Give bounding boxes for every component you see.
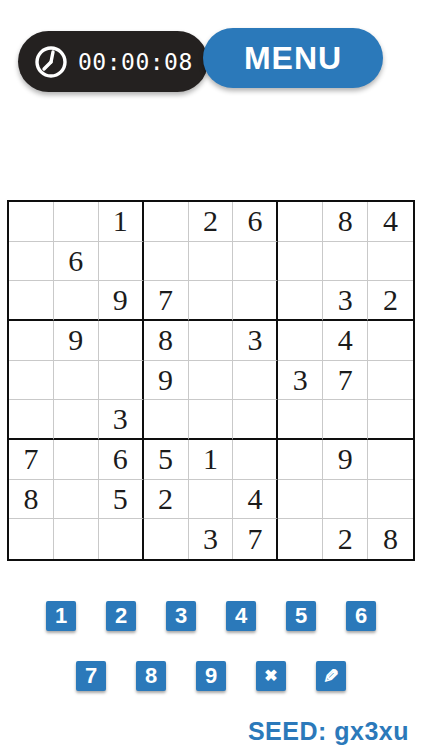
sudoku-cell-r9c6[interactable]: 7 xyxy=(233,519,278,559)
sudoku-cell-r5c5[interactable] xyxy=(189,361,234,401)
sudoku-cell-r5c9[interactable] xyxy=(368,361,413,401)
sudoku-cell-r2c3[interactable] xyxy=(99,242,144,282)
sudoku-cell-r1c1[interactable] xyxy=(9,202,54,242)
sudoku-cell-r3c2[interactable] xyxy=(54,281,99,321)
sudoku-cell-r9c2[interactable] xyxy=(54,519,99,559)
sudoku-cell-r3c1[interactable] xyxy=(9,281,54,321)
sudoku-cell-r3c5[interactable] xyxy=(189,281,234,321)
sudoku-cell-r5c1[interactable] xyxy=(9,361,54,401)
sudoku-cell-r4c1[interactable] xyxy=(9,321,54,361)
pencil-icon: ✎ xyxy=(323,667,339,686)
timer-value: 00:00:08 xyxy=(78,49,193,75)
digit-7-button[interactable]: 7 xyxy=(76,661,106,691)
erase-icon: ✖ xyxy=(264,668,277,684)
digit-2-button[interactable]: 2 xyxy=(106,601,136,631)
sudoku-cell-r8c5[interactable] xyxy=(189,480,234,520)
sudoku-cell-r4c2[interactable]: 9 xyxy=(54,321,99,361)
digit-6-button[interactable]: 6 xyxy=(346,601,376,631)
sudoku-cell-r9c5[interactable]: 3 xyxy=(189,519,234,559)
keypad-row-1: 123456 xyxy=(0,601,422,631)
sudoku-cell-r1c3[interactable]: 1 xyxy=(99,202,144,242)
sudoku-cell-r6c9[interactable] xyxy=(368,400,413,440)
sudoku-cell-r4c7[interactable] xyxy=(278,321,323,361)
sudoku-cell-r9c7[interactable] xyxy=(278,519,323,559)
sudoku-cell-r7c7[interactable] xyxy=(278,440,323,480)
sudoku-cell-r7c3[interactable]: 6 xyxy=(99,440,144,480)
sudoku-cell-r2c2[interactable]: 6 xyxy=(54,242,99,282)
sudoku-cell-r4c4[interactable]: 8 xyxy=(144,321,189,361)
sudoku-cell-r3c3[interactable]: 9 xyxy=(99,281,144,321)
sudoku-cell-r2c8[interactable] xyxy=(323,242,368,282)
sudoku-cell-r8c7[interactable] xyxy=(278,480,323,520)
sudoku-cell-r9c4[interactable] xyxy=(144,519,189,559)
sudoku-cell-r4c8[interactable]: 4 xyxy=(323,321,368,361)
keypad-row-2: 789✖✎ xyxy=(0,661,422,691)
sudoku-cell-r5c3[interactable] xyxy=(99,361,144,401)
sudoku-cell-r1c4[interactable] xyxy=(144,202,189,242)
sudoku-cell-r6c5[interactable] xyxy=(189,400,234,440)
pencil-button[interactable]: ✎ xyxy=(316,661,346,691)
sudoku-cell-r2c1[interactable] xyxy=(9,242,54,282)
sudoku-cell-r3c9[interactable]: 2 xyxy=(368,281,413,321)
sudoku-board: 1268469732983493737651985243728 xyxy=(7,200,415,561)
sudoku-cell-r4c5[interactable] xyxy=(189,321,234,361)
digit-1-button[interactable]: 1 xyxy=(46,601,76,631)
sudoku-cell-r9c8[interactable]: 2 xyxy=(323,519,368,559)
sudoku-cell-r6c7[interactable] xyxy=(278,400,323,440)
digit-8-button[interactable]: 8 xyxy=(136,661,166,691)
sudoku-cell-r7c2[interactable] xyxy=(54,440,99,480)
sudoku-cell-r7c5[interactable]: 1 xyxy=(189,440,234,480)
sudoku-cell-r6c8[interactable] xyxy=(323,400,368,440)
sudoku-cell-r1c2[interactable] xyxy=(54,202,99,242)
sudoku-cell-r6c4[interactable] xyxy=(144,400,189,440)
sudoku-cell-r6c6[interactable] xyxy=(233,400,278,440)
sudoku-cell-r1c7[interactable] xyxy=(278,202,323,242)
timer: 00:00:08 xyxy=(18,31,208,92)
sudoku-cell-r1c5[interactable]: 2 xyxy=(189,202,234,242)
sudoku-cell-r5c4[interactable]: 9 xyxy=(144,361,189,401)
sudoku-cell-r4c9[interactable] xyxy=(368,321,413,361)
sudoku-cell-r5c7[interactable]: 3 xyxy=(278,361,323,401)
sudoku-cell-r7c4[interactable]: 5 xyxy=(144,440,189,480)
digit-4-button[interactable]: 4 xyxy=(226,601,256,631)
sudoku-cell-r2c9[interactable] xyxy=(368,242,413,282)
sudoku-cell-r9c9[interactable]: 8 xyxy=(368,519,413,559)
sudoku-cell-r4c6[interactable]: 3 xyxy=(233,321,278,361)
sudoku-cell-r8c3[interactable]: 5 xyxy=(99,480,144,520)
digit-3-button[interactable]: 3 xyxy=(166,601,196,631)
sudoku-cell-r3c6[interactable] xyxy=(233,281,278,321)
clock-icon xyxy=(33,44,69,80)
sudoku-cell-r1c6[interactable]: 6 xyxy=(233,202,278,242)
sudoku-cell-r9c3[interactable] xyxy=(99,519,144,559)
sudoku-cell-r8c9[interactable] xyxy=(368,480,413,520)
sudoku-cell-r7c6[interactable] xyxy=(233,440,278,480)
sudoku-cell-r2c5[interactable] xyxy=(189,242,234,282)
sudoku-cell-r5c8[interactable]: 7 xyxy=(323,361,368,401)
sudoku-cell-r2c4[interactable] xyxy=(144,242,189,282)
menu-button[interactable]: MENU xyxy=(203,28,383,88)
sudoku-cell-r7c8[interactable]: 9 xyxy=(323,440,368,480)
sudoku-cell-r2c6[interactable] xyxy=(233,242,278,282)
sudoku-cell-r3c4[interactable]: 7 xyxy=(144,281,189,321)
sudoku-app: 00:00:08 MENU 12684697329834937376519852… xyxy=(0,0,422,750)
sudoku-cell-r3c8[interactable]: 3 xyxy=(323,281,368,321)
sudoku-cell-r6c1[interactable] xyxy=(9,400,54,440)
sudoku-cell-r1c8[interactable]: 8 xyxy=(323,202,368,242)
sudoku-cell-r6c3[interactable]: 3 xyxy=(99,400,144,440)
sudoku-cell-r8c8[interactable] xyxy=(323,480,368,520)
sudoku-cell-r8c6[interactable]: 4 xyxy=(233,480,278,520)
sudoku-cell-r9c1[interactable] xyxy=(9,519,54,559)
seed-label: SEED: gx3xu xyxy=(248,717,409,746)
digit-9-button[interactable]: 9 xyxy=(196,661,226,691)
sudoku-cell-r5c6[interactable] xyxy=(233,361,278,401)
sudoku-cell-r7c9[interactable] xyxy=(368,440,413,480)
sudoku-cell-r3c7[interactable] xyxy=(278,281,323,321)
digit-5-button[interactable]: 5 xyxy=(286,601,316,631)
sudoku-cell-r4c3[interactable] xyxy=(99,321,144,361)
sudoku-cell-r6c2[interactable] xyxy=(54,400,99,440)
sudoku-cell-r7c1[interactable]: 7 xyxy=(9,440,54,480)
erase-button[interactable]: ✖ xyxy=(256,661,286,691)
sudoku-cell-r1c9[interactable]: 4 xyxy=(368,202,413,242)
sudoku-cell-r8c1[interactable]: 8 xyxy=(9,480,54,520)
sudoku-cell-r2c7[interactable] xyxy=(278,242,323,282)
sudoku-cell-r8c4[interactable]: 2 xyxy=(144,480,189,520)
sudoku-cell-r8c2[interactable] xyxy=(54,480,99,520)
sudoku-cell-r5c2[interactable] xyxy=(54,361,99,401)
